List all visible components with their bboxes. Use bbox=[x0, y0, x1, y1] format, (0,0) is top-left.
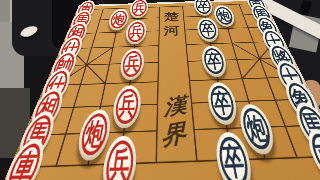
piece-ring bbox=[113, 88, 139, 124]
piece-red-soldier[interactable]: 兵 bbox=[129, 0, 149, 18]
piece-ring bbox=[306, 133, 320, 180]
piece-ring bbox=[77, 113, 110, 156]
piece-ring bbox=[103, 140, 136, 180]
piece-ring bbox=[109, 10, 128, 28]
piece-ring bbox=[126, 22, 145, 43]
piece-ring bbox=[121, 51, 143, 78]
photo-frame: 楚 河 漢 界 車兵卒車馬炮炮馬相兵卒象仕士帥兵卒將仕士相兵卒象馬炮炮馬車兵卒車 bbox=[0, 0, 320, 180]
piece-red-soldier[interactable]: 兵 bbox=[118, 48, 145, 80]
piece-ring bbox=[131, 0, 148, 16]
piece-red-soldier[interactable]: 兵 bbox=[110, 85, 142, 129]
piece-black-soldier[interactable]: 卒 bbox=[193, 0, 215, 16]
piece-black-soldier[interactable]: 卒 bbox=[206, 82, 241, 125]
piece-black-soldier[interactable]: 卒 bbox=[200, 45, 229, 77]
